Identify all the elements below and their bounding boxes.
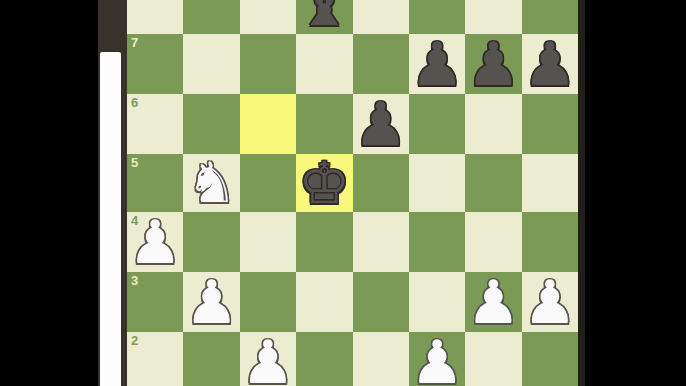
square-a4[interactable]: 4♟ (127, 212, 183, 272)
square-g4[interactable] (465, 212, 521, 272)
rank-label-2: 2 (131, 334, 138, 347)
square-a3[interactable]: 3 (127, 272, 183, 332)
square-g2[interactable] (465, 332, 521, 386)
square-e8[interactable] (353, 0, 409, 34)
square-h6[interactable] (522, 94, 578, 154)
square-e5[interactable] (353, 154, 409, 212)
square-h2[interactable] (522, 332, 578, 386)
square-e4[interactable] (353, 212, 409, 272)
piece-black-pawn-e6[interactable]: ♟ (354, 94, 408, 154)
square-a2[interactable]: 2 (127, 332, 183, 386)
square-a5[interactable]: 5 (127, 154, 183, 212)
square-b7[interactable] (183, 34, 239, 94)
square-b5[interactable]: ♞ (183, 154, 239, 212)
square-f5[interactable] (409, 154, 465, 212)
rank-label-3: 3 (131, 274, 138, 287)
square-b6[interactable] (183, 94, 239, 154)
square-d3[interactable] (296, 272, 352, 332)
square-g6[interactable] (465, 94, 521, 154)
piece-white-pawn-h3[interactable]: ♟ (523, 272, 577, 332)
square-e3[interactable] (353, 272, 409, 332)
board-right-edge (578, 0, 585, 386)
square-b3[interactable]: ♟ (183, 272, 239, 332)
chess-board[interactable]: ♝7♟♟♟6♟5♞♚4♟3♟♟♟2♟♟1♚ (127, 0, 578, 386)
rank-label-5: 5 (131, 156, 138, 169)
piece-white-knight-b5[interactable]: ♞ (186, 155, 236, 211)
piece-black-pawn-f7[interactable]: ♟ (410, 34, 464, 94)
square-e6[interactable]: ♟ (353, 94, 409, 154)
square-d7[interactable] (296, 34, 352, 94)
square-e7[interactable] (353, 34, 409, 94)
square-h5[interactable] (522, 154, 578, 212)
square-h7[interactable]: ♟ (522, 34, 578, 94)
square-f4[interactable] (409, 212, 465, 272)
square-d8[interactable]: ♝ (296, 0, 352, 34)
piece-white-pawn-f2[interactable]: ♟ (410, 332, 464, 386)
rank-label-4: 4 (131, 214, 138, 227)
square-c5[interactable] (240, 154, 296, 212)
square-d2[interactable] (296, 332, 352, 386)
square-c7[interactable] (240, 34, 296, 94)
piece-white-pawn-b3[interactable]: ♟ (185, 272, 239, 332)
square-g5[interactable] (465, 154, 521, 212)
piece-white-pawn-g3[interactable]: ♟ (467, 272, 521, 332)
square-b4[interactable] (183, 212, 239, 272)
square-a8[interactable] (127, 0, 183, 34)
square-g3[interactable]: ♟ (465, 272, 521, 332)
piece-black-king-d5[interactable]: ♚ (298, 154, 350, 212)
square-f2[interactable]: ♟ (409, 332, 465, 386)
square-d6[interactable] (296, 94, 352, 154)
square-f7[interactable]: ♟ (409, 34, 465, 94)
square-c2[interactable]: ♟ (240, 332, 296, 386)
square-g7[interactable]: ♟ (465, 34, 521, 94)
video-frame: ♝7♟♟♟6♟5♞♚4♟3♟♟♟2♟♟1♚ (0, 0, 686, 386)
square-c3[interactable] (240, 272, 296, 332)
white-sidebar-strip (100, 52, 121, 386)
piece-white-pawn-c2[interactable]: ♟ (241, 332, 295, 386)
square-h4[interactable] (522, 212, 578, 272)
square-d4[interactable] (296, 212, 352, 272)
square-f6[interactable] (409, 94, 465, 154)
rank-label-7: 7 (131, 36, 138, 49)
square-c6[interactable] (240, 94, 296, 154)
rank-label-6: 6 (131, 96, 138, 109)
square-b8[interactable] (183, 0, 239, 34)
piece-black-pawn-g7[interactable]: ♟ (467, 34, 521, 94)
square-c8[interactable] (240, 0, 296, 34)
square-d5[interactable]: ♚ (296, 154, 352, 212)
piece-black-pawn-h7[interactable]: ♟ (523, 34, 577, 94)
square-a7[interactable]: 7 (127, 34, 183, 94)
square-e2[interactable] (353, 332, 409, 386)
piece-black-bishop-d8[interactable]: ♝ (297, 0, 351, 34)
square-c4[interactable] (240, 212, 296, 272)
square-a6[interactable]: 6 (127, 94, 183, 154)
square-f3[interactable] (409, 272, 465, 332)
square-b2[interactable] (183, 332, 239, 386)
square-h3[interactable]: ♟ (522, 272, 578, 332)
